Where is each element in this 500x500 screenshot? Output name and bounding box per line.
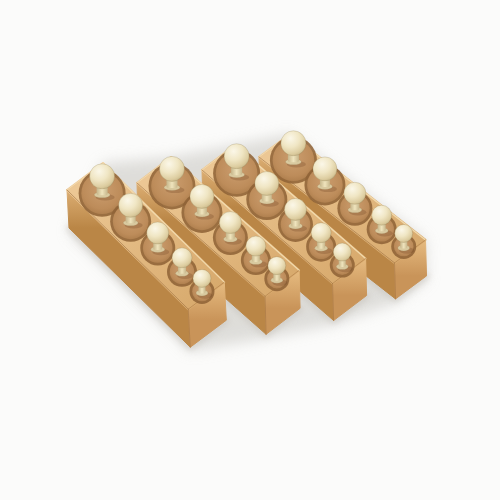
knob	[311, 223, 331, 243]
knob	[159, 156, 184, 181]
knob	[313, 157, 337, 181]
knob	[90, 164, 115, 189]
knob	[344, 182, 366, 204]
knob	[284, 198, 306, 220]
knob	[395, 224, 413, 242]
knob	[281, 131, 306, 156]
product-photo	[0, 0, 500, 500]
knob	[193, 269, 211, 287]
knob	[119, 193, 143, 217]
knob	[224, 144, 249, 169]
montessori-blocks-scene	[0, 0, 500, 500]
knob	[172, 248, 192, 268]
knob	[246, 236, 266, 256]
knob	[372, 205, 392, 225]
knob	[190, 184, 214, 208]
knob	[268, 257, 286, 275]
knob	[219, 212, 241, 234]
knob	[255, 171, 279, 195]
knob	[333, 243, 351, 261]
knob	[147, 222, 169, 244]
